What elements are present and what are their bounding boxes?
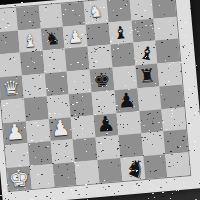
square-h7[interactable] [154,16,179,41]
square-f3[interactable] [116,111,141,136]
square-b7[interactable]: ♝ [18,28,43,53]
square-g6[interactable]: ♝ [133,41,158,66]
square-f1[interactable]: ♞ [120,156,145,181]
square-h4[interactable] [160,84,185,109]
square-b2[interactable] [28,141,53,166]
square-d4[interactable] [69,92,94,117]
square-b3[interactable] [26,119,51,144]
square-b8[interactable] [16,6,41,31]
square-b1[interactable] [30,164,55,189]
piece-black-knight[interactable]: ♞ [44,29,61,47]
square-f7[interactable]: ♝ [108,20,133,45]
piece-black-pawn[interactable]: ♟ [96,114,117,137]
square-a5[interactable]: ♛ [0,76,24,101]
square-b5[interactable] [22,74,47,99]
piece-black-pawn[interactable]: ♟ [117,90,137,111]
piece-white-pawn[interactable]: ♟ [67,28,84,46]
square-g2[interactable] [141,132,166,157]
square-a3[interactable]: ♟ [3,121,28,146]
square-g5[interactable]: ♜ [135,64,160,89]
square-a7[interactable] [0,30,20,55]
square-b6[interactable] [20,51,45,76]
square-c6[interactable] [42,49,67,74]
square-f8[interactable] [106,0,131,22]
square-b4[interactable] [24,96,49,121]
piece-white-knight[interactable]: ♞ [88,3,104,20]
square-c7[interactable]: ♞ [40,26,65,51]
square-d3[interactable] [71,115,96,140]
square-g7[interactable] [131,18,156,43]
square-h2[interactable] [164,130,189,155]
piece-white-queen[interactable]: ♛ [2,78,21,98]
square-e3[interactable]: ♟ [94,113,119,138]
chessboard: ♞♝♞♟♝♝♛♚♜♟♟♟♟♚♞ [0,0,200,200]
square-c1[interactable] [52,162,77,187]
square-f6[interactable] [110,43,135,68]
square-h5[interactable] [158,62,183,87]
square-e1[interactable] [98,158,123,183]
square-g4[interactable] [137,86,162,111]
square-h8[interactable] [152,0,177,18]
piece-black-bishop[interactable]: ♝ [112,24,129,42]
square-e2[interactable] [96,135,121,160]
piece-white-bishop[interactable]: ♝ [22,31,39,49]
board-grid: ♞♝♞♟♝♝♛♚♜♟♟♟♟♚♞ [0,0,191,192]
square-d1[interactable] [75,160,100,185]
piece-white-pawn[interactable]: ♟ [5,122,26,145]
square-c3[interactable]: ♟ [48,117,73,142]
square-d2[interactable] [73,137,98,162]
square-e5[interactable]: ♚ [90,68,115,93]
square-c2[interactable] [50,139,75,164]
piece-black-king[interactable]: ♚ [93,70,112,90]
piece-black-rook[interactable]: ♜ [138,66,157,86]
square-d8[interactable] [61,2,86,27]
piece-white-king[interactable]: ♚ [8,166,31,191]
square-a6[interactable] [0,53,22,78]
square-h6[interactable] [156,39,181,64]
square-d5[interactable] [67,70,92,95]
square-f4[interactable]: ♟ [114,88,139,113]
square-d7[interactable]: ♟ [63,24,88,49]
square-e8[interactable]: ♞ [84,0,109,24]
piece-black-bishop[interactable]: ♝ [137,43,156,63]
square-g1[interactable] [143,154,168,179]
square-c5[interactable] [44,72,69,97]
piece-white-pawn[interactable]: ♟ [50,118,71,141]
square-g3[interactable] [139,109,164,134]
square-d6[interactable] [65,47,90,72]
square-h3[interactable] [162,107,187,132]
square-a1[interactable]: ♚ [7,166,32,191]
photo-background: ♞♝♞♟♝♝♛♚♜♟♟♟♟♚♞ [0,0,200,200]
square-h1[interactable] [165,152,190,177]
square-c8[interactable] [38,4,63,29]
square-g8[interactable] [129,0,154,20]
square-e6[interactable] [88,45,113,70]
square-f5[interactable] [112,66,137,91]
square-e7[interactable] [86,22,111,47]
